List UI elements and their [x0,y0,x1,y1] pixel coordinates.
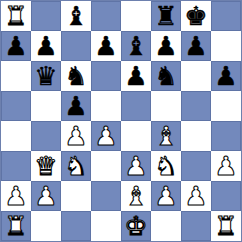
square-a1[interactable]: ♜ [1,211,31,241]
piece-white-rook[interactable]: ♜ [4,213,27,240]
square-b4[interactable] [31,121,61,151]
square-a3[interactable] [1,151,31,181]
square-g3[interactable] [181,151,211,181]
square-e6[interactable]: ♟ [121,61,151,91]
square-e5[interactable] [121,91,151,121]
piece-white-bishop[interactable]: ♝ [154,123,177,150]
piece-black-knight[interactable]: ♞ [64,63,87,90]
piece-white-king[interactable]: ♚ [124,213,147,240]
piece-black-pawn[interactable]: ♟ [94,33,117,60]
square-c4[interactable]: ♟ [61,121,91,151]
square-f5[interactable] [151,91,181,121]
square-b6[interactable]: ♛ [31,61,61,91]
piece-white-bishop[interactable]: ♝ [124,183,147,210]
square-h5[interactable] [211,91,241,121]
square-e8[interactable] [121,1,151,31]
square-c8[interactable]: ♝ [61,1,91,31]
square-g5[interactable] [181,91,211,121]
square-d4[interactable]: ♟ [91,121,121,151]
square-f2[interactable]: ♟ [151,181,181,211]
square-f3[interactable]: ♞ [151,151,181,181]
square-a7[interactable]: ♟ [1,31,31,61]
square-c5[interactable]: ♟ [61,91,91,121]
square-f4[interactable]: ♝ [151,121,181,151]
square-b2[interactable]: ♟ [31,181,61,211]
piece-white-pawn[interactable]: ♟ [34,183,57,210]
square-g7[interactable]: ♟ [181,31,211,61]
square-b8[interactable] [31,1,61,31]
square-a2[interactable]: ♟ [1,181,31,211]
square-g2[interactable]: ♟ [181,181,211,211]
piece-black-pawn[interactable]: ♟ [124,63,147,90]
square-d3[interactable] [91,151,121,181]
square-h3[interactable]: ♟ [211,151,241,181]
square-c2[interactable] [61,181,91,211]
square-f7[interactable]: ♟ [151,31,181,61]
square-d5[interactable] [91,91,121,121]
piece-white-pawn[interactable]: ♟ [154,183,177,210]
square-f6[interactable]: ♞ [151,61,181,91]
square-d6[interactable] [91,61,121,91]
square-h7[interactable] [211,31,241,61]
chess-board: ♜♝♜♚♟♟♟♝♟♟♛♞♟♞♟♟♟♟♝♛♞♟♞♟♟♟♝♟♟♜♚♜ [0,0,242,242]
piece-white-pawn[interactable]: ♟ [124,153,147,180]
square-a8[interactable]: ♜ [1,1,31,31]
piece-black-pawn[interactable]: ♟ [64,93,87,120]
square-b7[interactable]: ♟ [31,31,61,61]
square-b1[interactable] [31,211,61,241]
piece-black-pawn[interactable]: ♟ [4,33,27,60]
square-d2[interactable] [91,181,121,211]
piece-white-pawn[interactable]: ♟ [214,153,237,180]
piece-black-pawn[interactable]: ♟ [154,33,177,60]
square-d1[interactable] [91,211,121,241]
square-h8[interactable] [211,1,241,31]
piece-white-knight[interactable]: ♞ [154,153,177,180]
piece-white-pawn[interactable]: ♟ [64,123,87,150]
square-e2[interactable]: ♝ [121,181,151,211]
square-e1[interactable]: ♚ [121,211,151,241]
square-b5[interactable] [31,91,61,121]
piece-white-pawn[interactable]: ♟ [184,183,207,210]
square-c3[interactable]: ♞ [61,151,91,181]
square-a4[interactable] [1,121,31,151]
square-b3[interactable]: ♛ [31,151,61,181]
piece-white-pawn[interactable]: ♟ [94,123,117,150]
square-f1[interactable] [151,211,181,241]
square-c7[interactable] [61,31,91,61]
piece-black-queen[interactable]: ♛ [34,63,57,90]
square-h2[interactable] [211,181,241,211]
square-g4[interactable] [181,121,211,151]
square-c6[interactable]: ♞ [61,61,91,91]
piece-white-knight[interactable]: ♞ [64,153,87,180]
piece-black-bishop[interactable]: ♝ [124,33,147,60]
square-d7[interactable]: ♟ [91,31,121,61]
square-g8[interactable]: ♚ [181,1,211,31]
piece-black-pawn[interactable]: ♟ [214,63,237,90]
piece-white-pawn[interactable]: ♟ [4,183,27,210]
piece-black-pawn[interactable]: ♟ [34,33,57,60]
square-f8[interactable]: ♜ [151,1,181,31]
square-e4[interactable] [121,121,151,151]
square-e7[interactable]: ♝ [121,31,151,61]
square-g1[interactable] [181,211,211,241]
square-g6[interactable] [181,61,211,91]
piece-white-rook[interactable]: ♜ [4,3,27,30]
piece-black-rook[interactable]: ♜ [154,3,177,30]
square-d8[interactable] [91,1,121,31]
piece-black-king[interactable]: ♚ [184,3,207,30]
piece-white-rook[interactable]: ♜ [214,213,237,240]
piece-black-bishop[interactable]: ♝ [64,3,87,30]
square-h4[interactable] [211,121,241,151]
square-a5[interactable] [1,91,31,121]
piece-black-pawn[interactable]: ♟ [184,33,207,60]
piece-white-queen[interactable]: ♛ [34,153,57,180]
square-a6[interactable] [1,61,31,91]
piece-black-knight[interactable]: ♞ [154,63,177,90]
square-h6[interactable]: ♟ [211,61,241,91]
square-h1[interactable]: ♜ [211,211,241,241]
square-e3[interactable]: ♟ [121,151,151,181]
square-c1[interactable] [61,211,91,241]
